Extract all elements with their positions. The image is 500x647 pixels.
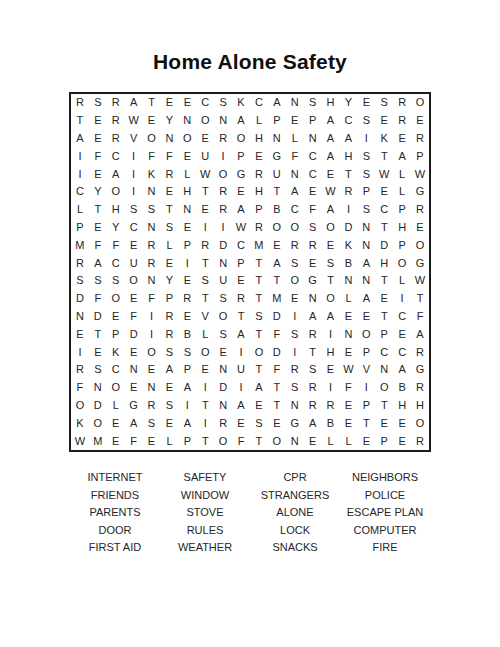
grid-cell[interactable]: E bbox=[196, 201, 214, 219]
grid-cell[interactable]: G bbox=[411, 361, 429, 379]
grid-cell[interactable]: S bbox=[196, 272, 214, 290]
grid-cell[interactable]: P bbox=[268, 112, 286, 130]
grid-cell[interactable]: N bbox=[214, 112, 232, 130]
grid-cell[interactable]: N bbox=[214, 254, 232, 272]
grid-cell[interactable]: F bbox=[339, 379, 357, 397]
grid-cell[interactable]: O bbox=[411, 94, 429, 112]
grid-cell[interactable]: N bbox=[160, 130, 178, 148]
grid-cell[interactable]: S bbox=[375, 94, 393, 112]
grid-cell[interactable]: E bbox=[178, 147, 196, 165]
grid-cell[interactable]: P bbox=[393, 201, 411, 219]
grid-cell[interactable]: I bbox=[357, 379, 375, 397]
grid-cell[interactable]: S bbox=[357, 112, 375, 130]
grid-cell[interactable]: P bbox=[160, 290, 178, 308]
grid-cell[interactable]: T bbox=[250, 254, 268, 272]
grid-cell[interactable]: E bbox=[268, 236, 286, 254]
grid-cell[interactable]: D bbox=[339, 219, 357, 237]
grid-cell[interactable]: F bbox=[143, 290, 161, 308]
grid-cell[interactable]: P bbox=[178, 361, 196, 379]
grid-cell[interactable]: D bbox=[268, 308, 286, 326]
grid-cell[interactable]: A bbox=[125, 414, 143, 432]
grid-cell[interactable]: A bbox=[232, 112, 250, 130]
grid-cell[interactable]: D bbox=[214, 236, 232, 254]
grid-cell[interactable]: I bbox=[125, 147, 143, 165]
grid-cell[interactable]: S bbox=[304, 219, 322, 237]
grid-cell[interactable]: E bbox=[339, 397, 357, 415]
grid-cell[interactable]: E bbox=[89, 112, 107, 130]
grid-cell[interactable]: G bbox=[411, 254, 429, 272]
grid-cell[interactable]: L bbox=[393, 272, 411, 290]
grid-cell[interactable]: E bbox=[178, 272, 196, 290]
grid-cell[interactable]: F bbox=[143, 147, 161, 165]
grid-cell[interactable]: L bbox=[322, 432, 340, 450]
grid-cell[interactable]: A bbox=[178, 379, 196, 397]
grid-cell[interactable]: A bbox=[339, 130, 357, 148]
grid-cell[interactable]: S bbox=[214, 94, 232, 112]
grid-cell[interactable]: A bbox=[160, 361, 178, 379]
grid-cell[interactable]: E bbox=[268, 414, 286, 432]
grid-cell[interactable]: T bbox=[71, 112, 89, 130]
grid-cell[interactable]: R bbox=[107, 94, 125, 112]
grid-cell[interactable]: A bbox=[393, 147, 411, 165]
grid-cell[interactable]: E bbox=[375, 183, 393, 201]
grid-cell[interactable]: N bbox=[357, 272, 375, 290]
grid-cell[interactable]: N bbox=[143, 219, 161, 237]
grid-cell[interactable]: R bbox=[214, 414, 232, 432]
grid-cell[interactable]: S bbox=[214, 325, 232, 343]
grid-cell[interactable]: R bbox=[71, 254, 89, 272]
grid-cell[interactable]: N bbox=[357, 236, 375, 254]
grid-cell[interactable]: A bbox=[322, 147, 340, 165]
grid-cell[interactable]: P bbox=[357, 397, 375, 415]
grid-cell[interactable]: I bbox=[143, 308, 161, 326]
grid-cell[interactable]: O bbox=[322, 219, 340, 237]
grid-cell[interactable]: I bbox=[178, 397, 196, 415]
grid-cell[interactable]: D bbox=[214, 379, 232, 397]
grid-cell[interactable]: S bbox=[286, 325, 304, 343]
grid-cell[interactable]: S bbox=[143, 201, 161, 219]
grid-cell[interactable]: R bbox=[160, 325, 178, 343]
grid-cell[interactable]: I bbox=[196, 219, 214, 237]
grid-cell[interactable]: U bbox=[214, 272, 232, 290]
grid-cell[interactable]: I bbox=[143, 325, 161, 343]
grid-cell[interactable]: R bbox=[411, 343, 429, 361]
grid-cell[interactable]: A bbox=[250, 379, 268, 397]
grid-cell[interactable]: F bbox=[286, 147, 304, 165]
grid-cell[interactable]: R bbox=[71, 94, 89, 112]
grid-cell[interactable]: D bbox=[71, 290, 89, 308]
grid-cell[interactable]: O bbox=[393, 254, 411, 272]
grid-cell[interactable]: M bbox=[71, 236, 89, 254]
grid-cell[interactable]: R bbox=[393, 94, 411, 112]
grid-cell[interactable]: N bbox=[286, 432, 304, 450]
grid-cell[interactable]: V bbox=[357, 361, 375, 379]
grid-cell[interactable]: K bbox=[143, 165, 161, 183]
grid-cell[interactable]: L bbox=[286, 130, 304, 148]
grid-cell[interactable]: M bbox=[89, 432, 107, 450]
grid-cell[interactable]: T bbox=[89, 201, 107, 219]
grid-cell[interactable]: E bbox=[304, 432, 322, 450]
grid-cell[interactable]: R bbox=[107, 130, 125, 148]
grid-cell[interactable]: E bbox=[160, 379, 178, 397]
grid-cell[interactable]: F bbox=[411, 308, 429, 326]
grid-cell[interactable]: S bbox=[107, 272, 125, 290]
grid-cell[interactable]: E bbox=[357, 432, 375, 450]
grid-cell[interactable]: L bbox=[160, 432, 178, 450]
grid-cell[interactable]: W bbox=[375, 165, 393, 183]
grid-cell[interactable]: S bbox=[214, 290, 232, 308]
grid-cell[interactable]: R bbox=[71, 361, 89, 379]
grid-cell[interactable]: C bbox=[107, 147, 125, 165]
grid-cell[interactable]: S bbox=[160, 397, 178, 415]
grid-cell[interactable]: G bbox=[268, 147, 286, 165]
grid-cell[interactable]: O bbox=[143, 343, 161, 361]
grid-cell[interactable]: A bbox=[357, 290, 375, 308]
grid-cell[interactable]: E bbox=[178, 94, 196, 112]
grid-cell[interactable]: D bbox=[89, 397, 107, 415]
grid-cell[interactable]: Y bbox=[107, 219, 125, 237]
grid-cell[interactable]: P bbox=[178, 236, 196, 254]
grid-cell[interactable]: F bbox=[268, 325, 286, 343]
grid-cell[interactable]: C bbox=[393, 308, 411, 326]
grid-cell[interactable]: F bbox=[125, 308, 143, 326]
grid-cell[interactable]: S bbox=[71, 272, 89, 290]
grid-cell[interactable]: R bbox=[214, 201, 232, 219]
grid-cell[interactable]: P bbox=[250, 201, 268, 219]
grid-cell[interactable]: T bbox=[375, 272, 393, 290]
grid-cell[interactable]: C bbox=[304, 165, 322, 183]
grid-cell[interactable]: L bbox=[71, 201, 89, 219]
grid-cell[interactable]: O bbox=[357, 325, 375, 343]
grid-cell[interactable]: S bbox=[160, 219, 178, 237]
grid-cell[interactable]: R bbox=[393, 112, 411, 130]
grid-cell[interactable]: E bbox=[411, 112, 429, 130]
grid-cell[interactable]: D bbox=[125, 325, 143, 343]
grid-cell[interactable]: A bbox=[286, 183, 304, 201]
grid-cell[interactable]: T bbox=[250, 290, 268, 308]
grid-cell[interactable]: C bbox=[393, 343, 411, 361]
grid-cell[interactable]: C bbox=[286, 201, 304, 219]
grid-cell[interactable]: U bbox=[196, 147, 214, 165]
grid-cell[interactable]: L bbox=[107, 397, 125, 415]
grid-cell[interactable]: L bbox=[339, 290, 357, 308]
grid-cell[interactable]: O bbox=[375, 379, 393, 397]
grid-cell[interactable]: R bbox=[411, 432, 429, 450]
grid-cell[interactable]: R bbox=[304, 397, 322, 415]
grid-cell[interactable]: H bbox=[393, 397, 411, 415]
grid-cell[interactable]: T bbox=[232, 308, 250, 326]
grid-cell[interactable]: A bbox=[393, 361, 411, 379]
grid-cell[interactable]: A bbox=[322, 130, 340, 148]
grid-cell[interactable]: R bbox=[160, 165, 178, 183]
grid-cell[interactable]: A bbox=[322, 112, 340, 130]
grid-cell[interactable]: R bbox=[143, 397, 161, 415]
grid-cell[interactable]: A bbox=[268, 94, 286, 112]
grid-cell[interactable]: E bbox=[339, 343, 357, 361]
grid-cell[interactable]: E bbox=[286, 112, 304, 130]
grid-cell[interactable]: A bbox=[232, 397, 250, 415]
grid-cell[interactable]: E bbox=[89, 130, 107, 148]
grid-cell[interactable]: L bbox=[178, 165, 196, 183]
grid-cell[interactable]: N bbox=[268, 130, 286, 148]
grid-cell[interactable]: O bbox=[107, 379, 125, 397]
grid-cell[interactable]: Y bbox=[160, 112, 178, 130]
grid-cell[interactable]: O bbox=[143, 130, 161, 148]
grid-cell[interactable]: H bbox=[250, 130, 268, 148]
grid-cell[interactable]: H bbox=[250, 183, 268, 201]
grid-cell[interactable]: E bbox=[143, 112, 161, 130]
grid-cell[interactable]: B bbox=[322, 414, 340, 432]
grid-cell[interactable]: E bbox=[286, 290, 304, 308]
grid-cell[interactable]: O bbox=[411, 236, 429, 254]
grid-cell[interactable]: E bbox=[214, 343, 232, 361]
grid-cell[interactable]: R bbox=[286, 361, 304, 379]
grid-cell[interactable]: A bbox=[304, 308, 322, 326]
grid-cell[interactable]: L bbox=[339, 432, 357, 450]
grid-cell[interactable]: E bbox=[339, 308, 357, 326]
grid-cell[interactable]: O bbox=[232, 130, 250, 148]
grid-cell[interactable]: E bbox=[375, 414, 393, 432]
grid-cell[interactable]: A bbox=[322, 308, 340, 326]
grid-cell[interactable]: T bbox=[196, 183, 214, 201]
grid-cell[interactable]: W bbox=[339, 361, 357, 379]
grid-cell[interactable]: P bbox=[232, 147, 250, 165]
grid-cell[interactable]: O bbox=[196, 343, 214, 361]
grid-cell[interactable]: O bbox=[214, 308, 232, 326]
grid-cell[interactable]: P bbox=[304, 112, 322, 130]
grid-cell[interactable]: E bbox=[339, 414, 357, 432]
grid-cell[interactable]: N bbox=[125, 361, 143, 379]
grid-cell[interactable]: O bbox=[107, 290, 125, 308]
grid-cell[interactable]: O bbox=[71, 397, 89, 415]
grid-cell[interactable]: C bbox=[375, 201, 393, 219]
grid-cell[interactable]: A bbox=[232, 201, 250, 219]
grid-cell[interactable]: K bbox=[232, 94, 250, 112]
grid-cell[interactable]: R bbox=[322, 397, 340, 415]
grid-cell[interactable]: A bbox=[411, 325, 429, 343]
grid-cell[interactable]: T bbox=[250, 432, 268, 450]
grid-cell[interactable]: E bbox=[304, 254, 322, 272]
grid-cell[interactable]: I bbox=[196, 414, 214, 432]
grid-cell[interactable]: G bbox=[232, 165, 250, 183]
grid-cell[interactable]: R bbox=[411, 201, 429, 219]
grid-cell[interactable]: N bbox=[357, 219, 375, 237]
grid-cell[interactable]: K bbox=[71, 414, 89, 432]
grid-cell[interactable]: C bbox=[71, 183, 89, 201]
grid-cell[interactable]: T bbox=[268, 379, 286, 397]
grid-cell[interactable]: R bbox=[178, 290, 196, 308]
grid-cell[interactable]: R bbox=[286, 236, 304, 254]
grid-cell[interactable]: O bbox=[214, 165, 232, 183]
grid-cell[interactable]: S bbox=[125, 201, 143, 219]
grid-cell[interactable]: T bbox=[375, 308, 393, 326]
grid-cell[interactable]: T bbox=[322, 272, 340, 290]
grid-cell[interactable]: F bbox=[125, 432, 143, 450]
grid-cell[interactable]: T bbox=[268, 183, 286, 201]
grid-cell[interactable]: N bbox=[304, 130, 322, 148]
grid-cell[interactable]: E bbox=[107, 432, 125, 450]
grid-cell[interactable]: N bbox=[304, 290, 322, 308]
grid-cell[interactable]: C bbox=[107, 361, 125, 379]
grid-cell[interactable]: T bbox=[143, 94, 161, 112]
grid-cell[interactable]: A bbox=[268, 254, 286, 272]
grid-cell[interactable]: H bbox=[411, 397, 429, 415]
grid-cell[interactable]: T bbox=[196, 432, 214, 450]
grid-cell[interactable]: P bbox=[71, 219, 89, 237]
grid-cell[interactable]: I bbox=[339, 201, 357, 219]
grid-cell[interactable]: O bbox=[268, 432, 286, 450]
grid-cell[interactable]: S bbox=[304, 94, 322, 112]
grid-cell[interactable]: E bbox=[232, 272, 250, 290]
grid-cell[interactable]: I bbox=[214, 147, 232, 165]
grid-cell[interactable]: A bbox=[178, 414, 196, 432]
grid-cell[interactable]: N bbox=[286, 397, 304, 415]
grid-cell[interactable]: K bbox=[107, 343, 125, 361]
grid-cell[interactable]: E bbox=[160, 183, 178, 201]
grid-cell[interactable]: O bbox=[322, 290, 340, 308]
grid-cell[interactable]: O bbox=[107, 183, 125, 201]
grid-cell[interactable]: P bbox=[232, 254, 250, 272]
grid-cell[interactable]: E bbox=[304, 183, 322, 201]
grid-cell[interactable]: N bbox=[339, 272, 357, 290]
grid-cell[interactable]: R bbox=[304, 236, 322, 254]
grid-cell[interactable]: A bbox=[89, 254, 107, 272]
grid-cell[interactable]: P bbox=[393, 236, 411, 254]
grid-cell[interactable]: I bbox=[357, 130, 375, 148]
grid-cell[interactable]: R bbox=[160, 308, 178, 326]
grid-cell[interactable]: N bbox=[375, 361, 393, 379]
grid-cell[interactable]: O bbox=[214, 432, 232, 450]
grid-cell[interactable]: R bbox=[304, 379, 322, 397]
grid-cell[interactable]: A bbox=[232, 325, 250, 343]
grid-cell[interactable]: O bbox=[125, 272, 143, 290]
grid-cell[interactable]: I bbox=[196, 379, 214, 397]
grid-cell[interactable]: N bbox=[71, 308, 89, 326]
grid-cell[interactable]: E bbox=[250, 147, 268, 165]
grid-cell[interactable]: R bbox=[107, 112, 125, 130]
grid-cell[interactable]: N bbox=[143, 272, 161, 290]
grid-cell[interactable]: K bbox=[339, 236, 357, 254]
grid-cell[interactable]: L bbox=[196, 325, 214, 343]
grid-cell[interactable]: N bbox=[143, 183, 161, 201]
grid-cell[interactable]: N bbox=[143, 379, 161, 397]
grid-cell[interactable]: E bbox=[250, 397, 268, 415]
grid-cell[interactable]: S bbox=[143, 414, 161, 432]
grid-cell[interactable]: C bbox=[196, 94, 214, 112]
grid-cell[interactable]: B bbox=[393, 379, 411, 397]
grid-cell[interactable]: R bbox=[304, 325, 322, 343]
grid-cell[interactable]: F bbox=[89, 236, 107, 254]
grid-cell[interactable]: C bbox=[339, 112, 357, 130]
grid-cell[interactable]: T bbox=[160, 201, 178, 219]
grid-cell[interactable]: I bbox=[232, 379, 250, 397]
grid-cell[interactable]: S bbox=[286, 379, 304, 397]
grid-cell[interactable]: M bbox=[268, 290, 286, 308]
grid-cell[interactable]: P bbox=[375, 325, 393, 343]
grid-cell[interactable]: C bbox=[375, 343, 393, 361]
grid-cell[interactable]: F bbox=[71, 379, 89, 397]
grid-cell[interactable]: A bbox=[322, 201, 340, 219]
grid-cell[interactable]: O bbox=[89, 414, 107, 432]
grid-cell[interactable]: R bbox=[143, 254, 161, 272]
grid-cell[interactable]: T bbox=[250, 361, 268, 379]
grid-cell[interactable]: I bbox=[286, 343, 304, 361]
grid-cell[interactable]: W bbox=[125, 112, 143, 130]
grid-cell[interactable]: R bbox=[339, 183, 357, 201]
grid-cell[interactable]: S bbox=[304, 361, 322, 379]
grid-cell[interactable]: S bbox=[250, 414, 268, 432]
grid-cell[interactable]: I bbox=[232, 343, 250, 361]
grid-cell[interactable]: N bbox=[178, 201, 196, 219]
grid-cell[interactable]: F bbox=[160, 147, 178, 165]
grid-cell[interactable]: N bbox=[286, 94, 304, 112]
grid-cell[interactable]: N bbox=[214, 361, 232, 379]
grid-cell[interactable]: I bbox=[71, 343, 89, 361]
grid-cell[interactable]: B bbox=[268, 201, 286, 219]
grid-cell[interactable]: R bbox=[214, 183, 232, 201]
grid-cell[interactable]: U bbox=[268, 165, 286, 183]
grid-cell[interactable]: T bbox=[196, 397, 214, 415]
grid-cell[interactable]: I bbox=[178, 254, 196, 272]
grid-cell[interactable]: E bbox=[125, 343, 143, 361]
grid-cell[interactable]: Y bbox=[89, 183, 107, 201]
grid-cell[interactable]: E bbox=[196, 361, 214, 379]
grid-cell[interactable]: E bbox=[322, 361, 340, 379]
grid-cell[interactable]: W bbox=[196, 165, 214, 183]
grid-cell[interactable]: I bbox=[286, 308, 304, 326]
grid-cell[interactable]: G bbox=[304, 272, 322, 290]
grid-cell[interactable]: E bbox=[393, 414, 411, 432]
grid-cell[interactable]: O bbox=[286, 272, 304, 290]
grid-cell[interactable]: O bbox=[411, 414, 429, 432]
grid-cell[interactable]: S bbox=[160, 343, 178, 361]
grid-cell[interactable]: E bbox=[357, 94, 375, 112]
grid-cell[interactable]: E bbox=[375, 112, 393, 130]
grid-cell[interactable]: T bbox=[250, 272, 268, 290]
grid-cell[interactable]: S bbox=[357, 147, 375, 165]
grid-cell[interactable]: R bbox=[232, 290, 250, 308]
grid-cell[interactable]: N bbox=[178, 112, 196, 130]
grid-cell[interactable]: O bbox=[178, 130, 196, 148]
grid-cell[interactable]: T bbox=[375, 397, 393, 415]
grid-cell[interactable]: R bbox=[214, 130, 232, 148]
grid-cell[interactable]: I bbox=[322, 379, 340, 397]
grid-cell[interactable]: A bbox=[125, 94, 143, 112]
grid-cell[interactable]: P bbox=[107, 325, 125, 343]
grid-cell[interactable]: E bbox=[232, 414, 250, 432]
grid-cell[interactable]: W bbox=[232, 219, 250, 237]
grid-cell[interactable]: E bbox=[125, 379, 143, 397]
grid-cell[interactable]: H bbox=[107, 201, 125, 219]
grid-cell[interactable]: G bbox=[411, 183, 429, 201]
grid-cell[interactable]: T bbox=[196, 254, 214, 272]
grid-cell[interactable]: H bbox=[178, 183, 196, 201]
grid-cell[interactable]: V bbox=[196, 308, 214, 326]
grid-cell[interactable]: R bbox=[143, 236, 161, 254]
grid-cell[interactable]: D bbox=[375, 236, 393, 254]
grid-cell[interactable]: C bbox=[107, 254, 125, 272]
grid-cell[interactable]: T bbox=[375, 219, 393, 237]
grid-cell[interactable]: T bbox=[375, 147, 393, 165]
grid-cell[interactable]: E bbox=[89, 343, 107, 361]
grid-cell[interactable]: F bbox=[89, 147, 107, 165]
grid-cell[interactable]: I bbox=[71, 165, 89, 183]
grid-cell[interactable]: T bbox=[268, 272, 286, 290]
grid-cell[interactable]: W bbox=[71, 432, 89, 450]
grid-cell[interactable]: E bbox=[125, 236, 143, 254]
grid-cell[interactable]: F bbox=[232, 432, 250, 450]
grid-cell[interactable]: S bbox=[286, 254, 304, 272]
